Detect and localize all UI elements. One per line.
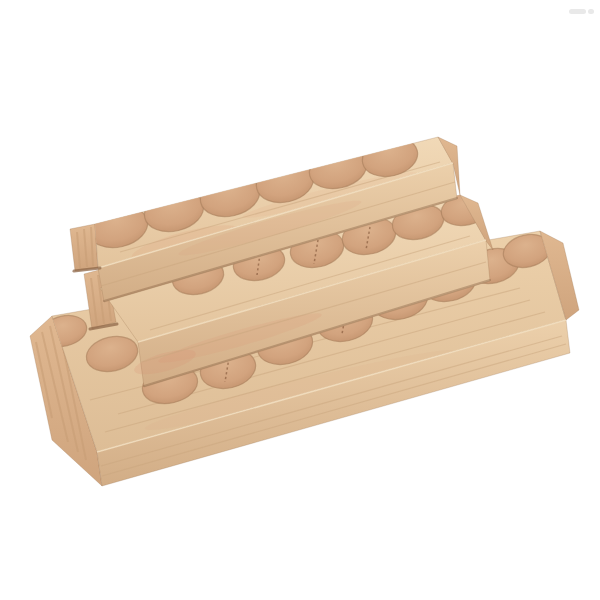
rack-illustration <box>0 0 600 600</box>
product-photo <box>0 0 600 600</box>
watermark <box>569 9 594 14</box>
